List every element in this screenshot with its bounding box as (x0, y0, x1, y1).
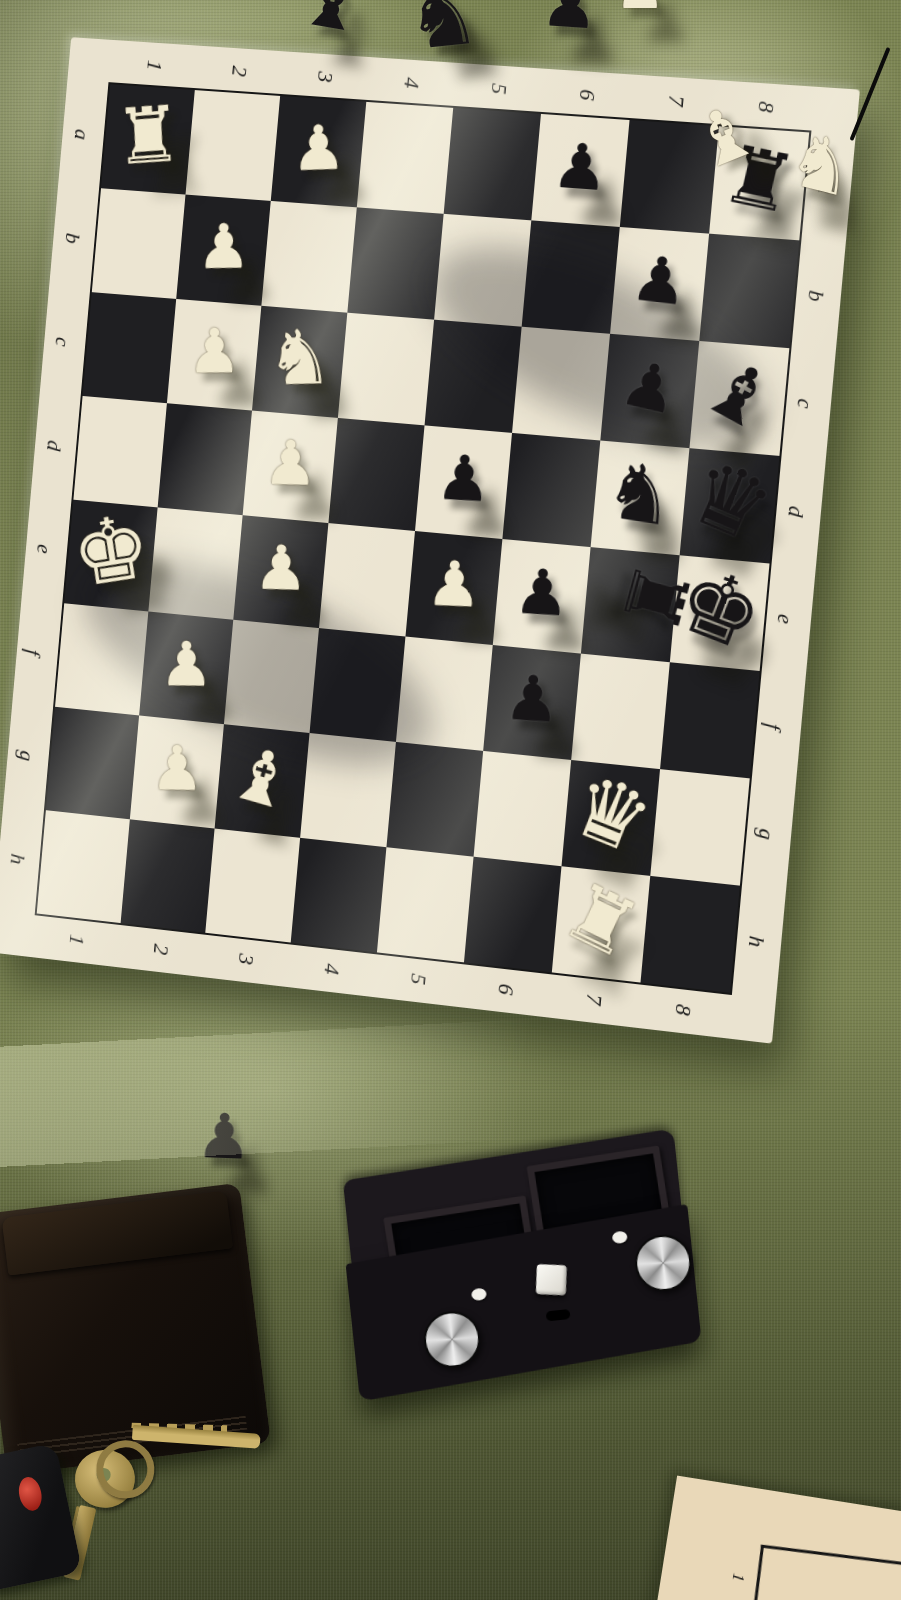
square-g1[interactable] (46, 707, 139, 820)
square-e4[interactable] (319, 523, 415, 636)
coord-bottom-4: 4 (320, 962, 343, 975)
square-g8[interactable] (650, 769, 749, 886)
second-board-rank-label: 1 (728, 1572, 747, 1583)
square-f1[interactable] (55, 603, 148, 715)
piece-white-pawn-f2[interactable]: ♟ (159, 634, 213, 696)
square-f8[interactable] (660, 662, 760, 778)
second-board-border-line (745, 1545, 901, 1600)
coord-top-1: 1 (143, 59, 165, 71)
coord-bottom-7: 7 (582, 993, 605, 1007)
coord-top-5: 5 (487, 83, 510, 96)
square-b4[interactable] (347, 207, 443, 319)
coord-right-b: b (804, 289, 828, 302)
captured-black-knight[interactable]: ♞ (402, 0, 484, 63)
piece-white-pawn-d3[interactable]: ♟ (263, 432, 319, 495)
piece-black-knight-d7[interactable]: ♞ (599, 449, 682, 538)
coord-top-2: 2 (228, 65, 250, 77)
coord-bottom-2: 2 (149, 943, 171, 956)
coord-right-f: f (762, 722, 785, 730)
square-b8[interactable] (699, 234, 799, 349)
square-a4[interactable] (357, 102, 453, 214)
coord-left-d: d (43, 439, 65, 452)
square-h6[interactable] (464, 857, 562, 973)
square-b3[interactable] (261, 201, 356, 313)
square-e2[interactable] (148, 507, 242, 619)
coord-top-8: 8 (754, 101, 778, 114)
piece-white-pawn-c2[interactable]: ♟ (187, 321, 241, 383)
square-a2[interactable] (185, 90, 280, 201)
square-h8[interactable] (640, 876, 739, 993)
key-shaft-right (132, 1425, 261, 1449)
coord-bottom-1: 1 (65, 933, 87, 946)
coord-left-h: h (6, 853, 28, 866)
coord-right-d: d (784, 505, 808, 518)
coord-left-c: c (51, 336, 73, 347)
piece-black-pawn-b7[interactable]: ♟ (628, 246, 692, 315)
square-h2[interactable] (121, 819, 215, 932)
piece-black-pawn-f6[interactable]: ♟ (503, 666, 562, 732)
coord-left-b: b (61, 232, 83, 244)
square-h5[interactable] (377, 847, 474, 962)
coord-bottom-6: 6 (494, 983, 517, 997)
piece-white-king-e1[interactable]: ♚ (66, 501, 156, 601)
coord-top-7: 7 (664, 95, 687, 108)
square-a5[interactable] (444, 108, 541, 220)
square-h4[interactable] (291, 838, 387, 953)
piece-white-pawn-e5[interactable]: ♟ (425, 553, 483, 617)
car-remote-red-button (16, 1475, 45, 1513)
coord-left-g: g (15, 749, 37, 762)
coord-left-a: a (70, 128, 92, 140)
board: 1122334455667788aabbccddeeffgghh ♜♟♟♟♞♟♚… (0, 37, 860, 1043)
coord-right-h: h (744, 935, 768, 949)
square-f4[interactable] (310, 628, 406, 742)
piece-white-pawn-a3[interactable]: ♟ (291, 117, 346, 181)
square-b6[interactable] (522, 220, 620, 333)
square-d2[interactable] (158, 403, 252, 515)
square-d4[interactable] (328, 418, 424, 531)
coord-top-3: 3 (313, 71, 336, 83)
square-h1[interactable] (37, 810, 130, 923)
scene: 1122334455667788aabbccddeeffgghh ♜♟♟♟♞♟♚… (0, 0, 901, 1600)
coord-right-g: g (754, 827, 778, 841)
piece-white-pawn-g2[interactable]: ♟ (150, 738, 204, 800)
square-c1[interactable] (83, 292, 177, 403)
square-b5[interactable] (434, 214, 531, 327)
clock-center-switch[interactable] (536, 1264, 567, 1295)
piece-black-pawn-e6[interactable]: ♟ (512, 560, 571, 626)
coord-right-e: e (773, 613, 797, 625)
captured-black-bishop[interactable]: ♝ (294, 0, 370, 43)
captured-black-pawn-1[interactable]: ♟ (539, 0, 601, 39)
captured-white-pawn[interactable]: ♟ (615, 0, 665, 17)
coord-top-4: 4 (400, 77, 423, 89)
coord-top-6: 6 (575, 89, 598, 102)
square-h3[interactable] (205, 829, 300, 943)
square-g6[interactable] (474, 751, 572, 866)
square-c5[interactable] (425, 320, 522, 433)
coord-right-c: c (793, 398, 817, 410)
square-f3[interactable] (224, 620, 319, 733)
piece-white-pawn-b2[interactable]: ♟ (197, 216, 251, 278)
square-g4[interactable] (300, 733, 396, 847)
coord-left-e: e (33, 543, 55, 555)
square-c6[interactable] (512, 327, 610, 441)
square-f5[interactable] (396, 637, 493, 751)
piece-black-pawn-a6[interactable]: ♟ (550, 134, 612, 200)
coord-bottom-3: 3 (234, 953, 256, 966)
coord-left-f: f (22, 648, 43, 656)
piece-white-knight-c3[interactable]: ♞ (266, 319, 334, 396)
square-b1[interactable] (92, 188, 186, 299)
piece-black-pawn-d5[interactable]: ♟ (434, 447, 493, 512)
square-d1[interactable] (73, 396, 167, 507)
square-d6[interactable] (502, 433, 600, 547)
captured-black-pawn-2[interactable]: ♟ (195, 1105, 253, 1169)
square-c4[interactable] (338, 313, 434, 426)
coord-bottom-5: 5 (407, 972, 430, 985)
chess-clock (334, 1121, 703, 1398)
square-g5[interactable] (386, 742, 483, 857)
coord-bottom-8: 8 (671, 1003, 694, 1017)
piece-white-pawn-e3[interactable]: ♟ (253, 537, 309, 600)
piece-white-rook-a1[interactable]: ♜ (113, 95, 184, 177)
square-f7[interactable] (571, 654, 670, 770)
